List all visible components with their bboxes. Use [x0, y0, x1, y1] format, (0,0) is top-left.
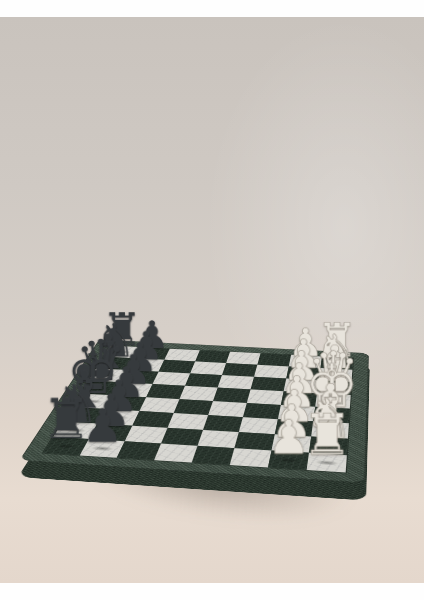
scene: ♜♟♟♜♞♟♟♞♝♟♟♝♛♟♟♛♚♟♟♚♝♟♟♝♞♟♟♞♜♟♟♜: [0, 17, 424, 583]
chess-board: ♜♟♟♜♞♟♟♞♝♟♟♝♛♟♟♛♚♟♟♚♝♟♟♝♞♟♟♞♜♟♟♜: [19, 340, 369, 484]
board-square[interactable]: [213, 388, 250, 403]
board-square[interactable]: [190, 361, 226, 375]
photo-bottom-border: [0, 583, 424, 600]
photo-area: ♜♟♟♜♞♟♟♞♝♟♟♝♛♟♟♛♚♟♟♚♝♟♟♝♞♟♟♞♜♟♟♜: [0, 17, 424, 583]
board-square[interactable]: [230, 448, 272, 467]
chess-piece-white-rook[interactable]: ♜: [302, 409, 352, 462]
chess-piece-black-pawn[interactable]: ♟: [82, 405, 123, 449]
board-square[interactable]: [117, 441, 161, 460]
board-square[interactable]: [161, 428, 203, 446]
board-square[interactable]: [154, 444, 197, 463]
board-square[interactable]: [179, 386, 217, 401]
board-square[interactable]: [192, 446, 235, 465]
board-grid: ♜♟♟♜♞♟♟♞♝♟♟♝♛♟♟♛♚♟♟♚♝♟♟♝♞♟♟♞♜♟♟♜: [43, 346, 353, 473]
board-square[interactable]: ♜: [307, 453, 347, 473]
board-square[interactable]: [146, 384, 185, 399]
board-frame: ♜♟♟♜♞♟♟♞♝♟♟♝♛♟♟♛♚♟♟♚♝♟♟♝♞♟♟♞♜♟♟♜: [19, 340, 369, 484]
photo-top-border: [0, 0, 424, 17]
